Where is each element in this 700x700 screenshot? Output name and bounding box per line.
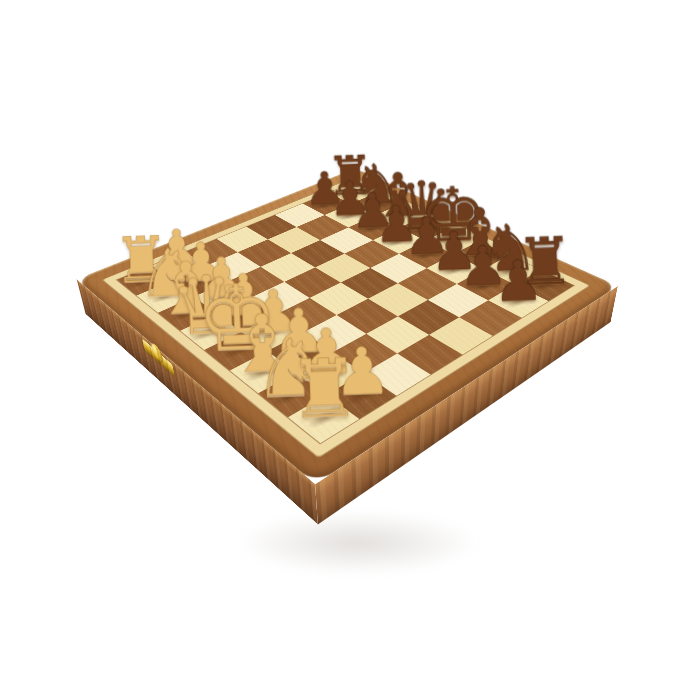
board-top: ♜♟♞♟♝♟♛♟♚♟♝♟♟♜♞♟♟♞♜♟♟♝♟♛♟♚♟♝♟♞♟♜ <box>77 168 618 484</box>
scene-caption: Standard chess starting position. Light … <box>0 0 1 1</box>
board-border: ♜♟♞♟♝♟♛♟♚♟♝♟♟♜♞♟♟♞♜♟♟♝♟♛♟♚♟♝♟♞♟♜ <box>102 177 591 458</box>
chess-board: ♜♟♞♟♝♟♛♟♚♟♝♟♟♜♞♟♟♞♜♟♟♝♟♛♟♚♟♝♟♞♟♜ <box>86 199 611 524</box>
product-photo-scene: Standard chess starting position. Light … <box>0 0 700 700</box>
drop-shadow <box>185 498 530 588</box>
